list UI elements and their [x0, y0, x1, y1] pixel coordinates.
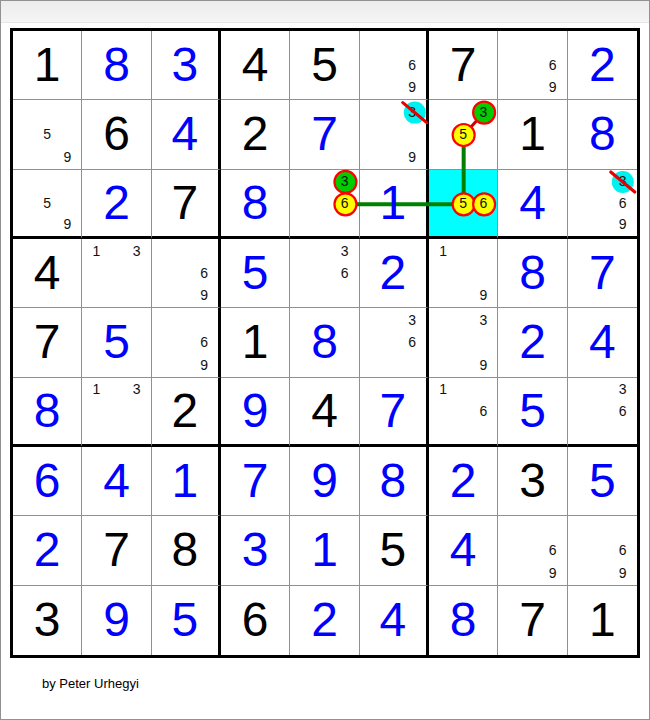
- solved-digit: 8: [379, 457, 406, 505]
- cell-r5c2[interactable]: 5: [82, 308, 151, 377]
- given-digit: 7: [171, 179, 198, 227]
- solved-digit: 7: [589, 249, 616, 297]
- given-digit: 2: [242, 110, 269, 158]
- solved-digit: 9: [242, 387, 269, 435]
- solved-digit: 8: [242, 179, 269, 227]
- candidate-grid: 69: [572, 517, 633, 583]
- cell-r4c3[interactable]: 69: [152, 239, 221, 308]
- candidate-digit: 3: [473, 101, 493, 123]
- solved-digit: 2: [519, 318, 546, 366]
- cell-r5c6[interactable]: 36: [360, 308, 429, 377]
- given-digit: 3: [519, 457, 546, 505]
- cell-r5c4[interactable]: 1: [221, 308, 290, 377]
- candidate-digit: 9: [195, 284, 214, 306]
- solved-digit: 8: [311, 318, 338, 366]
- solved-digit: 9: [103, 596, 130, 644]
- given-digit: 5: [379, 526, 406, 574]
- candidate-digit: 6: [335, 262, 355, 284]
- given-digit: 7: [34, 318, 61, 366]
- solved-digit: 6: [34, 457, 61, 505]
- cell-r7c9[interactable]: 5: [568, 447, 637, 516]
- cell-r3c1[interactable]: 59: [13, 170, 82, 239]
- solved-digit: 5: [519, 387, 546, 435]
- given-digit: 1: [589, 596, 616, 644]
- given-digit: 6: [103, 110, 130, 158]
- candidate-digit: 6: [543, 54, 563, 76]
- candidate-digit: 1: [433, 240, 453, 262]
- solved-digit: 8: [589, 110, 616, 158]
- candidate-digit: 9: [473, 284, 493, 306]
- cell-r1c4[interactable]: 4: [221, 31, 290, 100]
- candidate-digit: 6: [543, 539, 563, 561]
- candidate-grid: 16: [433, 379, 493, 443]
- candidate-digit: 6: [613, 400, 633, 421]
- candidate-digit: 5: [37, 123, 57, 145]
- solved-digit: 4: [450, 526, 477, 574]
- candidate-digit: 6: [613, 539, 633, 561]
- cell-r1c6[interactable]: 69: [360, 31, 429, 100]
- cell-r3c9[interactable]: 369: [568, 170, 637, 239]
- solved-digit: 4: [103, 457, 130, 505]
- candidate-digit: 9: [403, 76, 422, 98]
- solved-digit: 8: [103, 41, 130, 89]
- cell-r4c2[interactable]: 13: [82, 239, 151, 308]
- candidate-digit: 6: [335, 192, 355, 213]
- cell-r8c9[interactable]: 69: [568, 516, 637, 585]
- solved-digit: 5: [242, 249, 269, 297]
- candidate-digit: 3: [613, 171, 633, 192]
- cell-r5c8[interactable]: 2: [498, 308, 567, 377]
- cell-r7c1[interactable]: 6: [13, 447, 82, 516]
- cell-r1c1[interactable]: 1: [13, 31, 82, 100]
- cell-r9c3[interactable]: 5: [152, 586, 221, 655]
- cell-r5c7[interactable]: 39: [429, 308, 498, 377]
- candidate-grid: 69: [502, 517, 562, 583]
- solved-digit: 1: [311, 526, 338, 574]
- solved-digit: 4: [589, 318, 616, 366]
- given-digit: 6: [242, 596, 269, 644]
- solved-digit: 4: [519, 179, 546, 227]
- cell-r2c6[interactable]: 39: [360, 100, 429, 169]
- candidate-digit: 1: [86, 240, 106, 262]
- candidate-grid: 35: [433, 101, 493, 167]
- cell-r3c7[interactable]: 56: [429, 170, 498, 239]
- candidate-digit: 9: [473, 354, 493, 376]
- solved-digit: 4: [379, 596, 406, 644]
- candidate-digit: 3: [403, 101, 422, 123]
- cell-r1c3[interactable]: 3: [152, 31, 221, 100]
- cell-r9c9[interactable]: 1: [568, 586, 637, 655]
- candidate-digit: 9: [613, 214, 633, 235]
- candidate-digit: 3: [335, 171, 355, 192]
- candidate-digit: 9: [195, 354, 214, 376]
- cell-r6c7[interactable]: 16: [429, 378, 498, 447]
- cell-r4c7[interactable]: 19: [429, 239, 498, 308]
- given-digit: 4: [311, 387, 338, 435]
- cell-r7c6[interactable]: 8: [360, 447, 429, 516]
- cell-r3c8[interactable]: 4: [498, 170, 567, 239]
- candidate-digit: 1: [86, 379, 106, 400]
- cell-r2c8[interactable]: 1: [498, 100, 567, 169]
- cell-r6c2[interactable]: 13: [82, 378, 151, 447]
- solved-digit: 8: [34, 387, 61, 435]
- sudoku-board[interactable]: 1834569769259642739351859278361564369413…: [10, 28, 640, 658]
- cell-r8c3[interactable]: 8: [152, 516, 221, 585]
- candidate-digit: 9: [403, 146, 422, 168]
- candidate-grid: 13: [86, 379, 146, 443]
- solved-digit: 3: [171, 41, 198, 89]
- cell-r4c5[interactable]: 36: [290, 239, 359, 308]
- attribution: by Peter Urhegyi: [42, 676, 139, 691]
- solved-digit: 9: [311, 457, 338, 505]
- cell-r4c1[interactable]: 4: [13, 239, 82, 308]
- candidate-digit: 3: [127, 379, 147, 400]
- candidate-grid: 69: [156, 240, 214, 306]
- cell-r9c5[interactable]: 2: [290, 586, 359, 655]
- cell-r7c4[interactable]: 7: [221, 447, 290, 516]
- given-digit: 2: [171, 387, 198, 435]
- solved-digit: 3: [242, 526, 269, 574]
- cell-r5c1[interactable]: 7: [13, 308, 82, 377]
- solved-digit: 2: [379, 249, 406, 297]
- cell-r9c4[interactable]: 6: [221, 586, 290, 655]
- given-digit: 1: [242, 318, 269, 366]
- cell-r8c7[interactable]: 4: [429, 516, 498, 585]
- cell-r3c5[interactable]: 36: [290, 170, 359, 239]
- candidate-digit: 6: [195, 262, 214, 284]
- candidate-grid: 69: [502, 32, 562, 98]
- cell-r5c5[interactable]: 8: [290, 308, 359, 377]
- cell-r3c6[interactable]: 1: [360, 170, 429, 239]
- cell-r7c3[interactable]: 1: [152, 447, 221, 516]
- cell-r9c2[interactable]: 9: [82, 586, 151, 655]
- candidate-digit: 3: [403, 309, 422, 331]
- cell-r6c1[interactable]: 8: [13, 378, 82, 447]
- candidate-digit: 3: [335, 240, 355, 262]
- given-digit: 1: [34, 41, 61, 89]
- cell-r6c3[interactable]: 2: [152, 378, 221, 447]
- cell-r1c7[interactable]: 7: [429, 31, 498, 100]
- given-digit: 7: [450, 41, 477, 89]
- candidate-digit: 9: [613, 562, 633, 584]
- cell-r1c5[interactable]: 5: [290, 31, 359, 100]
- candidate-grid: 59: [17, 101, 77, 167]
- cell-r3c4[interactable]: 8: [221, 170, 290, 239]
- candidate-grid: 36: [572, 379, 633, 443]
- cell-r1c9[interactable]: 2: [568, 31, 637, 100]
- candidate-grid: 36: [294, 240, 354, 306]
- given-digit: 3: [34, 596, 61, 644]
- solved-digit: 2: [450, 457, 477, 505]
- cell-r5c3[interactable]: 69: [152, 308, 221, 377]
- candidate-grid: 69: [364, 32, 422, 98]
- cell-r1c8[interactable]: 69: [498, 31, 567, 100]
- cell-r1c2[interactable]: 8: [82, 31, 151, 100]
- solved-digit: 1: [171, 457, 198, 505]
- candidate-grid: 36: [364, 309, 422, 375]
- cell-r6c8[interactable]: 5: [498, 378, 567, 447]
- candidate-digit: 6: [613, 192, 633, 213]
- cell-r8c2[interactable]: 7: [82, 516, 151, 585]
- cell-r2c7[interactable]: 35: [429, 100, 498, 169]
- cell-r6c5[interactable]: 4: [290, 378, 359, 447]
- solved-digit: 8: [450, 596, 477, 644]
- candidate-grid: 39: [364, 101, 422, 167]
- cell-r8c5[interactable]: 1: [290, 516, 359, 585]
- cell-r7c5[interactable]: 9: [290, 447, 359, 516]
- candidate-digit: 3: [127, 240, 147, 262]
- cell-r2c4[interactable]: 2: [221, 100, 290, 169]
- cell-r4c6[interactable]: 2: [360, 239, 429, 308]
- given-digit: 5: [311, 41, 338, 89]
- cell-r6c9[interactable]: 36: [568, 378, 637, 447]
- cell-r8c4[interactable]: 3: [221, 516, 290, 585]
- candidate-digit: 9: [543, 562, 563, 584]
- given-digit: 4: [34, 249, 61, 297]
- candidate-grid: 36: [294, 171, 354, 235]
- cell-r7c8[interactable]: 3: [498, 447, 567, 516]
- candidate-digit: 6: [403, 54, 422, 76]
- cell-r4c4[interactable]: 5: [221, 239, 290, 308]
- cell-r8c6[interactable]: 5: [360, 516, 429, 585]
- candidate-grid: 19: [433, 240, 493, 306]
- candidate-grid: 39: [433, 309, 493, 375]
- cell-r8c8[interactable]: 69: [498, 516, 567, 585]
- given-digit: 1: [519, 110, 546, 158]
- candidate-digit: 3: [473, 309, 493, 331]
- candidate-digit: 6: [195, 331, 214, 353]
- solved-digit: 5: [589, 457, 616, 505]
- candidate-digit: 5: [453, 192, 473, 213]
- cell-r6c6[interactable]: 7: [360, 378, 429, 447]
- candidate-grid: 13: [86, 240, 146, 306]
- cell-r8c1[interactable]: 2: [13, 516, 82, 585]
- cell-r4c9[interactable]: 7: [568, 239, 637, 308]
- solved-digit: 7: [311, 110, 338, 158]
- solved-digit: 2: [311, 596, 338, 644]
- cell-r9c7[interactable]: 8: [429, 586, 498, 655]
- candidate-digit: 5: [37, 192, 57, 213]
- cell-r2c3[interactable]: 4: [152, 100, 221, 169]
- cell-r7c2[interactable]: 4: [82, 447, 151, 516]
- cell-r9c1[interactable]: 3: [13, 586, 82, 655]
- solved-digit: 7: [242, 457, 269, 505]
- cell-r9c8[interactable]: 7: [498, 586, 567, 655]
- candidate-digit: 9: [57, 146, 77, 168]
- solved-digit: 2: [589, 41, 616, 89]
- candidate-grid: 56: [433, 171, 493, 235]
- solved-digit: 4: [171, 110, 198, 158]
- candidate-digit: 6: [473, 192, 493, 213]
- given-digit: 7: [103, 526, 130, 574]
- cell-r4c8[interactable]: 8: [498, 239, 567, 308]
- candidate-grid: 369: [572, 171, 633, 235]
- cell-r2c5[interactable]: 7: [290, 100, 359, 169]
- toolbar-strip: [1, 1, 649, 23]
- cell-r5c9[interactable]: 4: [568, 308, 637, 377]
- cell-r6c4[interactable]: 9: [221, 378, 290, 447]
- solved-digit: 2: [103, 179, 130, 227]
- solved-digit: 8: [519, 249, 546, 297]
- given-digit: 4: [242, 41, 269, 89]
- candidate-digit: 9: [57, 214, 77, 235]
- candidate-digit: 6: [403, 331, 422, 353]
- candidate-digit: 1: [433, 379, 453, 400]
- cell-r2c9[interactable]: 8: [568, 100, 637, 169]
- solved-digit: 5: [103, 318, 130, 366]
- solved-digit: 5: [171, 596, 198, 644]
- given-digit: 7: [519, 596, 546, 644]
- cell-r2c2[interactable]: 6: [82, 100, 151, 169]
- solved-digit: 1: [379, 179, 406, 227]
- solved-digit: 2: [34, 526, 61, 574]
- cell-r3c2[interactable]: 2: [82, 170, 151, 239]
- candidate-grid: 59: [17, 171, 77, 235]
- candidate-grid: 69: [156, 309, 214, 375]
- given-digit: 8: [171, 526, 198, 574]
- candidate-digit: 9: [543, 76, 563, 98]
- cell-r2c1[interactable]: 59: [13, 100, 82, 169]
- cell-r3c3[interactable]: 7: [152, 170, 221, 239]
- candidate-digit: 6: [473, 400, 493, 421]
- solved-digit: 7: [379, 387, 406, 435]
- candidate-digit: 3: [613, 379, 633, 400]
- cell-r7c7[interactable]: 2: [429, 447, 498, 516]
- candidate-digit: 5: [453, 123, 473, 145]
- cell-r9c6[interactable]: 4: [360, 586, 429, 655]
